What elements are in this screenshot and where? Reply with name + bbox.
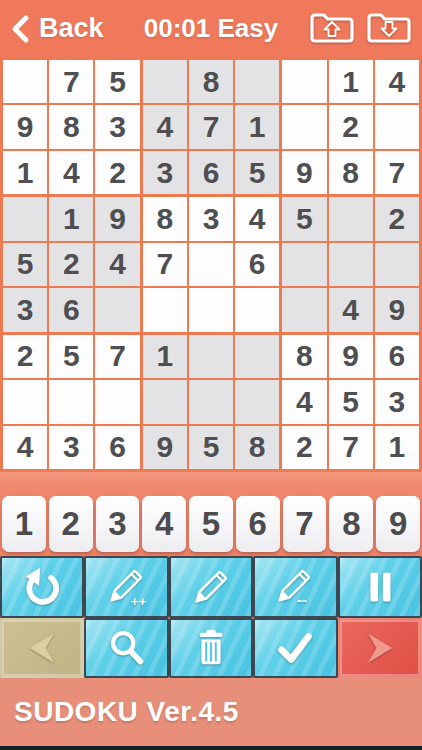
sudoku-cell-r2c2[interactable]: 8 — [49, 105, 93, 148]
sudoku-cell-r4c6[interactable]: 4 — [235, 197, 279, 240]
sudoku-box: 8471365 — [143, 60, 280, 194]
sudoku-box: 1958 — [143, 335, 280, 469]
sudoku-cell-r3c2[interactable]: 4 — [49, 151, 93, 194]
check-icon — [272, 625, 318, 671]
sudoku-cell-r6c1[interactable]: 3 — [3, 288, 47, 331]
sudoku-cell-r6c8[interactable]: 4 — [329, 288, 373, 331]
check-solution-button[interactable] — [253, 618, 337, 678]
top-bar: Back 00:01 Easy — [0, 0, 422, 57]
sudoku-cell-r1c8[interactable]: 1 — [329, 60, 373, 103]
bottom-strip — [0, 746, 422, 750]
sudoku-cell-r7c9[interactable]: 6 — [375, 335, 419, 378]
sudoku-cell-r5c1[interactable]: 5 — [3, 243, 47, 286]
pencil-minus-icon: -- — [272, 564, 318, 610]
sudoku-cell-r4c9[interactable]: 2 — [375, 197, 419, 240]
sudoku-cell-r6c7[interactable] — [282, 288, 326, 331]
sudoku-cell-r3c9[interactable]: 7 — [375, 151, 419, 194]
sudoku-cell-r1c7[interactable] — [282, 60, 326, 103]
sudoku-cell-r1c5[interactable]: 8 — [189, 60, 233, 103]
sudoku-cell-r3c5[interactable]: 6 — [189, 151, 233, 194]
sudoku-cell-r9c3[interactable]: 6 — [95, 426, 139, 469]
sudoku-cell-r5c3[interactable]: 4 — [95, 243, 139, 286]
sudoku-box: 142987 — [282, 60, 419, 194]
sudoku-cell-r5c6[interactable]: 6 — [235, 243, 279, 286]
pencil-marks-add-button[interactable]: ++ — [84, 556, 168, 618]
undo-button[interactable] — [0, 556, 84, 618]
sudoku-cell-r9c2[interactable]: 3 — [49, 426, 93, 469]
sudoku-cell-r3c1[interactable]: 1 — [3, 151, 47, 194]
sudoku-cell-r5c4[interactable]: 7 — [143, 243, 187, 286]
sudoku-cell-r3c6[interactable]: 5 — [235, 151, 279, 194]
number-key-row: 123456789 — [0, 472, 422, 556]
sudoku-cell-r3c7[interactable]: 9 — [282, 151, 326, 194]
sudoku-cell-r1c2[interactable]: 7 — [49, 60, 93, 103]
pause-icon — [357, 564, 403, 610]
sudoku-cell-r1c3[interactable]: 5 — [95, 60, 139, 103]
sudoku-cell-r1c4[interactable] — [143, 60, 187, 103]
pencil-icon — [188, 564, 234, 610]
trash-icon — [188, 625, 234, 671]
sudoku-cell-r2c4[interactable]: 4 — [143, 105, 187, 148]
sudoku-cell-r7c4[interactable]: 1 — [143, 335, 187, 378]
svg-text:++: ++ — [130, 594, 146, 609]
sudoku-cell-r9c7[interactable]: 2 — [282, 426, 326, 469]
number-key-1[interactable]: 1 — [2, 496, 46, 552]
delete-button[interactable] — [169, 618, 253, 678]
sudoku-cell-r8c6[interactable] — [235, 380, 279, 423]
sudoku-cell-r7c2[interactable]: 5 — [49, 335, 93, 378]
sudoku-cell-r4c8[interactable] — [329, 197, 373, 240]
sudoku-box: 75983142 — [3, 60, 140, 194]
svg-text:--: -- — [297, 591, 307, 608]
back-label: Back — [39, 13, 104, 44]
sudoku-cell-r7c8[interactable]: 9 — [329, 335, 373, 378]
sudoku-box: 1952436 — [3, 197, 140, 331]
load-game-button[interactable] — [366, 9, 412, 48]
sudoku-cell-r8c9[interactable]: 3 — [375, 380, 419, 423]
sudoku-cell-r4c3[interactable]: 9 — [95, 197, 139, 240]
sudoku-cell-r4c2[interactable]: 1 — [49, 197, 93, 240]
app-version-label: SUDOKU Ver.4.5 — [14, 696, 239, 728]
sudoku-cell-r2c5[interactable]: 7 — [189, 105, 233, 148]
next-puzzle-button[interactable] — [338, 618, 422, 678]
previous-puzzle-button[interactable] — [0, 618, 84, 678]
toolbar-row-2 — [0, 618, 422, 678]
sudoku-cell-r8c7[interactable]: 4 — [282, 380, 326, 423]
sudoku-cell-r9c9[interactable]: 1 — [375, 426, 419, 469]
sudoku-cell-r8c5[interactable] — [189, 380, 233, 423]
sudoku-cell-r9c1[interactable]: 4 — [3, 426, 47, 469]
sudoku-cell-r2c1[interactable]: 9 — [3, 105, 47, 148]
search-button[interactable] — [84, 618, 168, 678]
number-key-9[interactable]: 9 — [376, 496, 420, 552]
search-icon — [104, 625, 150, 671]
sudoku-cell-r1c6[interactable] — [235, 60, 279, 103]
sudoku-cell-r4c4[interactable]: 8 — [143, 197, 187, 240]
number-key-5[interactable]: 5 — [189, 496, 233, 552]
undo-icon — [19, 564, 65, 610]
sudoku-cell-r4c5[interactable]: 3 — [189, 197, 233, 240]
save-game-button[interactable] — [309, 9, 355, 48]
sudoku-cell-r9c8[interactable]: 7 — [329, 426, 373, 469]
sudoku-cell-r2c3[interactable]: 3 — [95, 105, 139, 148]
topbar-actions — [309, 9, 412, 48]
sudoku-cell-r3c8[interactable]: 8 — [329, 151, 373, 194]
sudoku-cell-r8c4[interactable] — [143, 380, 187, 423]
pause-button[interactable] — [338, 556, 422, 618]
sudoku-board: 7598314284713651429871952436834765249257… — [0, 57, 422, 472]
sudoku-cell-r8c2[interactable] — [49, 380, 93, 423]
sudoku-cell-r2c8[interactable]: 2 — [329, 105, 373, 148]
sudoku-cell-r6c2[interactable]: 6 — [49, 288, 93, 331]
sudoku-cell-r7c7[interactable]: 8 — [282, 335, 326, 378]
sudoku-cell-r9c4[interactable]: 9 — [143, 426, 187, 469]
number-key-4[interactable]: 4 — [142, 496, 186, 552]
footer-bar: SUDOKU Ver.4.5 — [0, 678, 422, 750]
sudoku-cell-r1c9[interactable]: 4 — [375, 60, 419, 103]
pencil-marks-remove-button[interactable]: -- — [253, 556, 337, 618]
folder-upload-icon — [309, 9, 355, 45]
sudoku-cell-r9c6[interactable]: 8 — [235, 426, 279, 469]
sudoku-app: Back 00:01 Easy 759831428471365142987195… — [0, 0, 422, 750]
sudoku-cell-r7c1[interactable]: 2 — [3, 335, 47, 378]
sudoku-cell-r2c7[interactable] — [282, 105, 326, 148]
sudoku-cell-r6c9[interactable]: 9 — [375, 288, 419, 331]
sudoku-cell-r6c3[interactable] — [95, 288, 139, 331]
number-key-7[interactable]: 7 — [283, 496, 327, 552]
sudoku-box: 896453271 — [282, 335, 419, 469]
number-key-6[interactable]: 6 — [236, 496, 280, 552]
sudoku-cell-r6c5[interactable] — [189, 288, 233, 331]
sudoku-cell-r9c5[interactable]: 5 — [189, 426, 233, 469]
pencil-plus-icon: ++ — [104, 564, 150, 610]
number-key-8[interactable]: 8 — [329, 496, 373, 552]
sudoku-cell-r3c4[interactable]: 3 — [143, 151, 187, 194]
sudoku-cell-r7c3[interactable]: 7 — [95, 335, 139, 378]
sudoku-cell-r6c6[interactable] — [235, 288, 279, 331]
sudoku-box: 257436 — [3, 335, 140, 469]
number-key-3[interactable]: 3 — [96, 496, 140, 552]
back-button[interactable]: Back — [10, 13, 104, 44]
sudoku-cell-r2c6[interactable]: 1 — [235, 105, 279, 148]
sudoku-cell-r1c1[interactable] — [3, 60, 47, 103]
sudoku-cell-r5c9[interactable] — [375, 243, 419, 286]
folder-download-icon — [366, 9, 412, 45]
sudoku-cell-r5c5[interactable] — [189, 243, 233, 286]
next-arrow-icon — [357, 627, 403, 669]
sudoku-cell-r5c7[interactable] — [282, 243, 326, 286]
sudoku-cell-r6c4[interactable] — [143, 288, 187, 331]
sudoku-cell-r8c8[interactable]: 5 — [329, 380, 373, 423]
toolbar-row-1: ++ -- — [0, 556, 422, 618]
number-key-2[interactable]: 2 — [49, 496, 93, 552]
sudoku-cell-r5c2[interactable]: 2 — [49, 243, 93, 286]
sudoku-cell-r8c1[interactable] — [3, 380, 47, 423]
sudoku-cell-r2c9[interactable] — [375, 105, 419, 148]
sudoku-cell-r3c3[interactable]: 2 — [95, 151, 139, 194]
sudoku-box: 5249 — [282, 197, 419, 331]
sudoku-cell-r7c5[interactable] — [189, 335, 233, 378]
pen-button[interactable] — [169, 556, 253, 618]
sudoku-cell-r4c7[interactable]: 5 — [282, 197, 326, 240]
sudoku-cell-r4c1[interactable] — [3, 197, 47, 240]
back-chevron-icon — [10, 14, 32, 44]
prev-arrow-icon — [19, 627, 65, 669]
sudoku-cell-r8c3[interactable] — [95, 380, 139, 423]
sudoku-cell-r5c8[interactable] — [329, 243, 373, 286]
sudoku-cell-r7c6[interactable] — [235, 335, 279, 378]
sudoku-box: 83476 — [143, 197, 280, 331]
